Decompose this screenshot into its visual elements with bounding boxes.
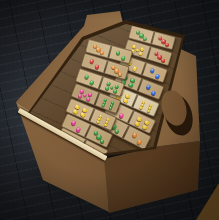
pip-pink (70, 120, 76, 126)
pip-green (115, 85, 119, 89)
pip-blue (150, 68, 155, 73)
pip-blue (145, 84, 150, 89)
pip-blue (151, 91, 156, 96)
domino-center-divider (127, 110, 134, 123)
domino-center-divider (89, 108, 95, 120)
pip-green (100, 103, 105, 108)
pip-orange (117, 72, 122, 77)
pip-green (84, 74, 89, 79)
pip-red (160, 58, 165, 63)
pip-orange (137, 140, 143, 146)
scene (0, 0, 219, 220)
pip-blue (155, 74, 160, 79)
domino-center-divider (132, 94, 138, 106)
domino-center-divider (94, 93, 100, 105)
domino-center-divider (103, 61, 108, 73)
pip-green (114, 129, 120, 135)
domino-center-divider (137, 79, 143, 91)
pip-green (113, 89, 117, 93)
pip-red (165, 42, 170, 47)
pip-green (108, 106, 113, 111)
pip-red (94, 65, 99, 70)
pip-red (89, 59, 94, 64)
pip-pink (77, 94, 82, 99)
domino-center-divider (146, 47, 151, 59)
pip-green (99, 138, 105, 144)
domino-center-divider (151, 31, 155, 43)
domino-center-divider (108, 45, 112, 57)
pip-pink (75, 127, 81, 133)
pip-orange (100, 50, 105, 55)
domino-center-divider (84, 124, 91, 137)
pip-pink (79, 89, 84, 94)
pip-yellow (132, 66, 137, 71)
pip-green (128, 82, 133, 87)
pip-yellow (138, 52, 142, 56)
pip-orange (132, 133, 138, 139)
domino-center-divider (141, 63, 146, 75)
pip-green (89, 80, 94, 85)
domino-center-divider (122, 126, 129, 139)
pip-pink (118, 113, 124, 119)
pip-pink (86, 97, 91, 102)
pip-green (116, 50, 121, 55)
pip-green (105, 86, 109, 90)
pip-green (143, 36, 148, 41)
domino-center-divider (98, 77, 103, 89)
pip-pink (87, 92, 92, 97)
pip-green (121, 55, 126, 60)
